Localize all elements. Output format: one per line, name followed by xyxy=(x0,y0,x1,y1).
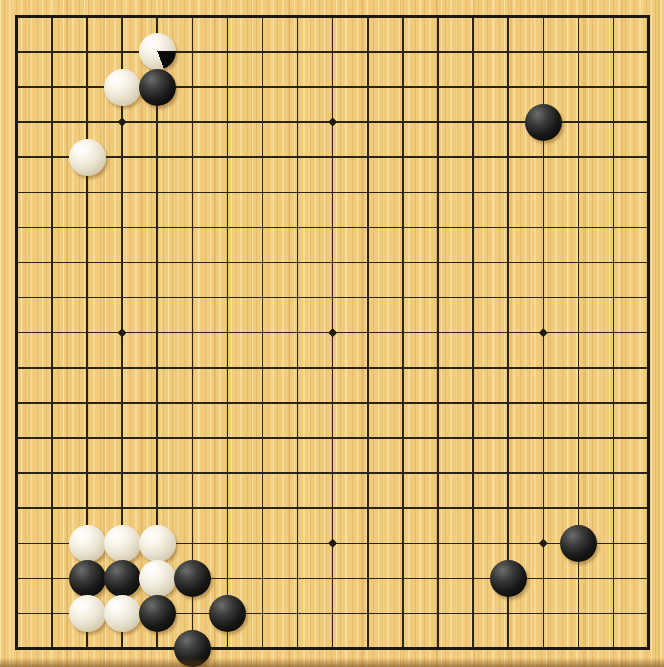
stone-white-C15 xyxy=(69,139,106,176)
stone-black-F3 xyxy=(174,560,211,597)
stone-black-Q16 xyxy=(525,104,562,141)
board-bottom-edge-shadow xyxy=(0,658,664,667)
stone-black-P3 xyxy=(490,560,527,597)
stone-black-C3 xyxy=(69,560,106,597)
go-board[interactable] xyxy=(0,0,664,667)
stone-black-E17 xyxy=(139,69,176,106)
stone-white-E18 xyxy=(139,33,176,70)
stone-black-E2 xyxy=(139,595,176,632)
stone-white-E3 xyxy=(139,560,176,597)
stone-white-C4 xyxy=(69,525,106,562)
stone-black-D3 xyxy=(104,560,141,597)
black-wedge-marker xyxy=(139,33,176,70)
stone-white-E4 xyxy=(139,525,176,562)
stone-white-D17 xyxy=(104,69,141,106)
stone-black-R4 xyxy=(560,525,597,562)
stone-white-C2 xyxy=(69,595,106,632)
stone-white-D4 xyxy=(104,525,141,562)
stone-black-G2 xyxy=(209,595,246,632)
stone-white-D2 xyxy=(104,595,141,632)
